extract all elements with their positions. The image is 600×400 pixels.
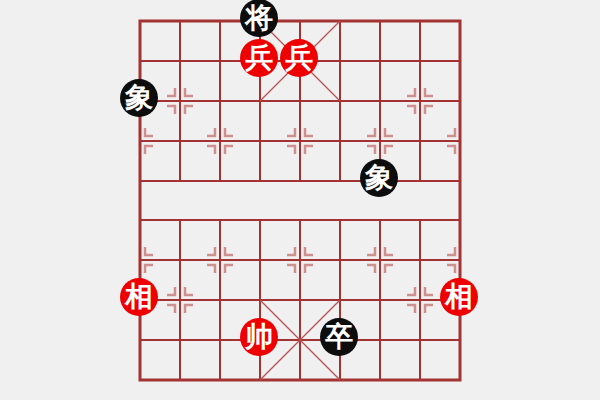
piece-black-elephant-1[interactable]: 象 [120, 79, 158, 117]
piece-black-general[interactable]: 将 [240, 0, 278, 37]
piece-red-elephant-2[interactable]: 相 [440, 278, 478, 316]
piece-black-soldier[interactable]: 卒 [320, 318, 358, 356]
piece-red-elephant-1[interactable]: 相 [120, 278, 158, 316]
piece-red-general[interactable]: 帅 [240, 318, 278, 356]
xiangqi-board: 将兵兵象象相相帅卒 [0, 0, 600, 400]
piece-red-soldier-1[interactable]: 兵 [240, 39, 278, 77]
piece-black-elephant-2[interactable]: 象 [360, 159, 398, 197]
piece-red-soldier-2[interactable]: 兵 [280, 39, 318, 77]
